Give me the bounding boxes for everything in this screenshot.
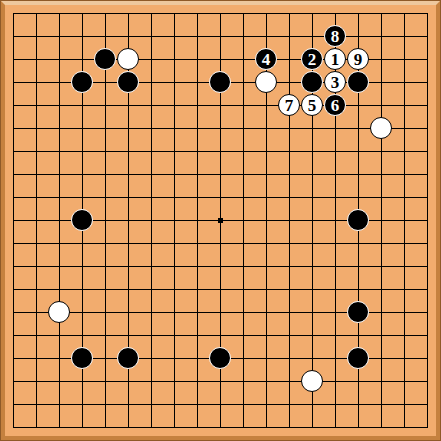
intersection	[25, 278, 48, 301]
intersection	[370, 278, 393, 301]
intersection	[94, 393, 117, 416]
intersection: 5	[301, 94, 324, 117]
intersection	[232, 301, 255, 324]
intersection	[2, 71, 25, 94]
intersection	[232, 163, 255, 186]
move-number: 6	[331, 96, 340, 113]
intersection	[186, 255, 209, 278]
intersection	[2, 48, 25, 71]
intersection	[186, 278, 209, 301]
intersection	[255, 2, 278, 25]
intersection	[140, 301, 163, 324]
black-stone	[347, 71, 369, 93]
intersection	[255, 94, 278, 117]
intersection	[370, 301, 393, 324]
intersection	[324, 140, 347, 163]
black-stone	[71, 347, 93, 369]
intersection	[140, 25, 163, 48]
intersection	[232, 2, 255, 25]
intersection	[48, 393, 71, 416]
intersection	[71, 393, 94, 416]
intersection	[255, 71, 278, 94]
intersection	[25, 71, 48, 94]
intersection	[232, 416, 255, 439]
intersection	[255, 255, 278, 278]
intersection	[94, 278, 117, 301]
intersection: 1	[324, 48, 347, 71]
intersection	[255, 370, 278, 393]
white-stone: 9	[347, 48, 369, 70]
intersection: 7	[278, 94, 301, 117]
intersection	[140, 232, 163, 255]
intersection	[71, 94, 94, 117]
intersection	[301, 301, 324, 324]
intersection	[255, 163, 278, 186]
intersection	[393, 186, 416, 209]
intersection	[232, 209, 255, 232]
intersection	[278, 232, 301, 255]
intersection	[117, 324, 140, 347]
move-number: 9	[354, 50, 363, 67]
intersection	[416, 25, 439, 48]
intersection	[2, 347, 25, 370]
intersection	[25, 301, 48, 324]
intersection	[71, 255, 94, 278]
intersection	[370, 186, 393, 209]
intersection	[232, 255, 255, 278]
intersection	[232, 347, 255, 370]
intersection	[278, 140, 301, 163]
intersection	[163, 370, 186, 393]
intersection	[209, 347, 232, 370]
intersection	[416, 71, 439, 94]
intersection	[393, 301, 416, 324]
intersection	[324, 393, 347, 416]
intersection	[232, 25, 255, 48]
intersection	[140, 324, 163, 347]
intersection: 6	[324, 94, 347, 117]
intersection	[94, 140, 117, 163]
intersection	[140, 94, 163, 117]
intersection	[232, 140, 255, 163]
intersection	[2, 117, 25, 140]
intersection	[2, 393, 25, 416]
intersection	[48, 117, 71, 140]
intersection	[209, 163, 232, 186]
intersection	[140, 2, 163, 25]
intersection	[209, 71, 232, 94]
intersection	[347, 370, 370, 393]
intersection	[370, 140, 393, 163]
intersection	[393, 48, 416, 71]
intersection	[140, 416, 163, 439]
intersection	[117, 416, 140, 439]
intersection	[416, 94, 439, 117]
intersection	[416, 2, 439, 25]
black-stone: 8	[324, 25, 346, 47]
intersection	[232, 186, 255, 209]
intersection	[71, 71, 94, 94]
white-stone: 1	[324, 48, 346, 70]
intersection	[278, 324, 301, 347]
intersection	[71, 2, 94, 25]
intersection	[94, 416, 117, 439]
intersection	[186, 209, 209, 232]
intersection	[301, 186, 324, 209]
intersection	[117, 232, 140, 255]
intersection	[71, 301, 94, 324]
intersection	[2, 209, 25, 232]
intersection	[347, 278, 370, 301]
intersection	[71, 48, 94, 71]
intersection	[370, 48, 393, 71]
intersection	[25, 25, 48, 48]
intersection	[232, 370, 255, 393]
intersection	[324, 301, 347, 324]
intersection	[393, 370, 416, 393]
intersection: 4	[255, 48, 278, 71]
intersection	[186, 48, 209, 71]
intersection	[25, 163, 48, 186]
intersection	[416, 186, 439, 209]
intersection	[163, 347, 186, 370]
intersection	[232, 232, 255, 255]
intersection	[278, 347, 301, 370]
intersection	[186, 393, 209, 416]
intersection	[301, 232, 324, 255]
intersection	[209, 25, 232, 48]
intersection	[255, 209, 278, 232]
intersection	[25, 94, 48, 117]
intersection	[48, 278, 71, 301]
intersection	[347, 393, 370, 416]
intersection	[2, 255, 25, 278]
intersection	[370, 71, 393, 94]
intersection	[25, 48, 48, 71]
intersection	[163, 209, 186, 232]
intersection	[347, 140, 370, 163]
intersection	[324, 2, 347, 25]
white-stone	[255, 71, 277, 93]
intersection	[370, 393, 393, 416]
intersection	[186, 117, 209, 140]
intersection	[186, 416, 209, 439]
intersection: 9	[347, 48, 370, 71]
intersection	[209, 209, 232, 232]
black-stone: 4	[255, 48, 277, 70]
black-stone	[301, 71, 323, 93]
intersection	[324, 370, 347, 393]
intersection	[347, 25, 370, 48]
intersection	[163, 278, 186, 301]
intersection	[48, 163, 71, 186]
intersection	[347, 94, 370, 117]
intersection	[2, 370, 25, 393]
intersection	[301, 370, 324, 393]
intersection	[393, 163, 416, 186]
intersection	[232, 324, 255, 347]
intersection	[163, 140, 186, 163]
intersection	[117, 94, 140, 117]
intersection	[324, 232, 347, 255]
intersection	[370, 2, 393, 25]
black-stone	[71, 209, 93, 231]
intersection	[347, 324, 370, 347]
intersection	[370, 416, 393, 439]
intersection	[370, 255, 393, 278]
intersection	[278, 186, 301, 209]
intersection	[301, 393, 324, 416]
intersection	[71, 324, 94, 347]
white-stone	[117, 48, 139, 70]
intersection	[25, 117, 48, 140]
intersection	[186, 347, 209, 370]
intersection	[301, 347, 324, 370]
intersection	[370, 232, 393, 255]
intersection	[48, 232, 71, 255]
intersection	[71, 163, 94, 186]
intersection	[209, 416, 232, 439]
intersection	[393, 255, 416, 278]
intersection	[186, 232, 209, 255]
intersection	[255, 140, 278, 163]
intersection	[163, 393, 186, 416]
intersection	[117, 25, 140, 48]
intersection	[48, 324, 71, 347]
intersection	[2, 232, 25, 255]
intersection	[393, 209, 416, 232]
intersection	[255, 393, 278, 416]
intersection	[209, 232, 232, 255]
intersection	[48, 347, 71, 370]
intersection	[48, 209, 71, 232]
intersection	[25, 370, 48, 393]
intersection	[393, 94, 416, 117]
intersection	[301, 2, 324, 25]
intersection	[347, 163, 370, 186]
intersection	[278, 25, 301, 48]
intersection	[117, 2, 140, 25]
intersection	[140, 209, 163, 232]
black-stone	[347, 301, 369, 323]
intersection	[209, 186, 232, 209]
black-stone	[71, 71, 93, 93]
intersection	[163, 301, 186, 324]
intersection	[347, 117, 370, 140]
intersection	[324, 117, 347, 140]
intersection	[255, 25, 278, 48]
intersection	[209, 2, 232, 25]
intersection	[163, 416, 186, 439]
intersection	[71, 370, 94, 393]
intersection	[209, 301, 232, 324]
intersection	[117, 209, 140, 232]
intersection	[370, 347, 393, 370]
intersection	[232, 278, 255, 301]
intersection	[117, 301, 140, 324]
move-number: 3	[331, 73, 340, 90]
intersection	[71, 347, 94, 370]
intersection	[117, 117, 140, 140]
intersection	[301, 255, 324, 278]
intersection	[324, 163, 347, 186]
white-stone	[48, 301, 70, 323]
intersection	[2, 25, 25, 48]
intersection	[278, 416, 301, 439]
intersection	[94, 347, 117, 370]
intersection	[232, 71, 255, 94]
intersection	[416, 324, 439, 347]
intersection	[48, 255, 71, 278]
move-number: 4	[262, 50, 271, 67]
intersection	[48, 94, 71, 117]
intersection	[186, 25, 209, 48]
white-stone: 7	[278, 94, 300, 116]
intersection	[71, 186, 94, 209]
intersection	[25, 324, 48, 347]
intersection	[255, 278, 278, 301]
intersection	[25, 393, 48, 416]
intersection	[255, 301, 278, 324]
intersection	[324, 278, 347, 301]
intersection	[117, 140, 140, 163]
intersection	[393, 25, 416, 48]
intersection	[2, 94, 25, 117]
intersection	[278, 2, 301, 25]
black-stone	[117, 347, 139, 369]
intersection	[278, 370, 301, 393]
intersection	[117, 255, 140, 278]
intersection	[347, 347, 370, 370]
intersection	[186, 324, 209, 347]
intersection	[48, 2, 71, 25]
intersection	[370, 94, 393, 117]
intersection	[347, 71, 370, 94]
black-stone	[347, 209, 369, 231]
intersection	[255, 416, 278, 439]
intersection	[48, 416, 71, 439]
intersection	[209, 94, 232, 117]
intersection	[255, 232, 278, 255]
intersection: 2	[301, 48, 324, 71]
intersection	[163, 324, 186, 347]
intersection	[140, 278, 163, 301]
intersection	[278, 71, 301, 94]
intersection	[25, 209, 48, 232]
intersection	[2, 324, 25, 347]
move-number: 2	[308, 50, 317, 67]
intersection	[140, 347, 163, 370]
move-number: 5	[308, 96, 317, 113]
intersection	[2, 416, 25, 439]
intersection	[94, 209, 117, 232]
intersection	[163, 71, 186, 94]
intersection	[301, 163, 324, 186]
intersection	[209, 117, 232, 140]
board-grid: 842193756	[2, 2, 439, 439]
intersection	[163, 94, 186, 117]
intersection	[209, 324, 232, 347]
intersection	[324, 324, 347, 347]
intersection	[94, 324, 117, 347]
intersection	[140, 71, 163, 94]
intersection	[25, 2, 48, 25]
intersection	[163, 186, 186, 209]
intersection	[2, 163, 25, 186]
intersection	[255, 117, 278, 140]
intersection	[301, 209, 324, 232]
star-point	[218, 218, 223, 223]
intersection	[416, 140, 439, 163]
intersection	[370, 324, 393, 347]
intersection	[370, 25, 393, 48]
intersection	[416, 255, 439, 278]
intersection	[71, 209, 94, 232]
intersection	[301, 25, 324, 48]
intersection	[393, 117, 416, 140]
intersection	[393, 2, 416, 25]
intersection	[163, 25, 186, 48]
intersection	[140, 140, 163, 163]
intersection	[117, 370, 140, 393]
intersection	[94, 48, 117, 71]
intersection	[278, 301, 301, 324]
intersection	[301, 324, 324, 347]
intersection	[416, 347, 439, 370]
intersection	[232, 94, 255, 117]
intersection	[140, 255, 163, 278]
intersection	[94, 186, 117, 209]
move-number: 7	[285, 96, 294, 113]
white-stone: 5	[301, 94, 323, 116]
intersection	[186, 301, 209, 324]
intersection	[416, 117, 439, 140]
black-stone	[209, 347, 231, 369]
intersection	[416, 393, 439, 416]
intersection	[117, 347, 140, 370]
intersection	[324, 255, 347, 278]
intersection	[48, 48, 71, 71]
intersection	[94, 2, 117, 25]
intersection	[209, 48, 232, 71]
intersection	[255, 347, 278, 370]
intersection	[163, 48, 186, 71]
intersection	[370, 117, 393, 140]
intersection	[163, 117, 186, 140]
intersection	[94, 71, 117, 94]
intersection	[416, 278, 439, 301]
intersection	[71, 278, 94, 301]
intersection	[209, 393, 232, 416]
intersection	[301, 140, 324, 163]
black-stone	[209, 71, 231, 93]
intersection	[71, 117, 94, 140]
intersection	[301, 416, 324, 439]
go-board: 842193756	[0, 0, 441, 441]
intersection	[117, 278, 140, 301]
intersection	[278, 163, 301, 186]
intersection	[416, 301, 439, 324]
intersection	[186, 94, 209, 117]
intersection	[370, 209, 393, 232]
intersection	[2, 186, 25, 209]
intersection	[117, 48, 140, 71]
intersection	[163, 2, 186, 25]
intersection	[324, 416, 347, 439]
black-stone: 6	[324, 94, 346, 116]
intersection	[117, 163, 140, 186]
intersection	[324, 186, 347, 209]
